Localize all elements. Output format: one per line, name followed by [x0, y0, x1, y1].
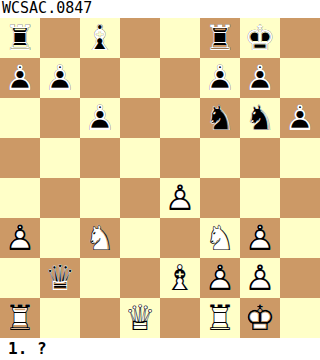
square-b3[interactable]: [40, 218, 80, 258]
square-b7[interactable]: ♟♙: [40, 58, 80, 98]
square-h6[interactable]: ♟♙: [280, 98, 320, 138]
square-d7[interactable]: [120, 58, 160, 98]
white-pawn[interactable]: ♟♙: [240, 258, 280, 298]
square-h7[interactable]: [280, 58, 320, 98]
square-g7[interactable]: ♟♙: [240, 58, 280, 98]
square-b4[interactable]: [40, 178, 80, 218]
chess-puzzle-window: WCSAC.0847 ♜♖♝♗♜♖♚♔♟♙♟♙♟♙♟♙♟♙♞♘♞♘♟♙♟♙♟♙♞…: [0, 0, 320, 360]
square-d6[interactable]: [120, 98, 160, 138]
black-pawn[interactable]: ♟♙: [280, 98, 320, 138]
piece-glyph-outline: ♘: [200, 218, 240, 258]
square-e8[interactable]: [160, 18, 200, 58]
square-h3[interactable]: [280, 218, 320, 258]
square-c8[interactable]: ♝♗: [80, 18, 120, 58]
piece-glyph-outline: ♔: [240, 298, 280, 338]
square-f3[interactable]: ♞♘: [200, 218, 240, 258]
square-e1[interactable]: [160, 298, 200, 338]
piece-glyph-outline: ♙: [200, 258, 240, 298]
white-rook[interactable]: ♜♖: [0, 298, 40, 338]
square-a8[interactable]: ♜♖: [0, 18, 40, 58]
piece-glyph-outline: ♙: [80, 98, 120, 138]
square-c5[interactable]: [80, 138, 120, 178]
square-c2[interactable]: [80, 258, 120, 298]
piece-glyph-outline: ♙: [200, 58, 240, 98]
square-g2[interactable]: ♟♙: [240, 258, 280, 298]
square-d4[interactable]: [120, 178, 160, 218]
square-g8[interactable]: ♚♔: [240, 18, 280, 58]
square-e4[interactable]: ♟♙: [160, 178, 200, 218]
black-rook[interactable]: ♜♖: [200, 18, 240, 58]
square-e2[interactable]: ♝♗: [160, 258, 200, 298]
square-f5[interactable]: [200, 138, 240, 178]
square-b8[interactable]: [40, 18, 80, 58]
square-c6[interactable]: ♟♙: [80, 98, 120, 138]
square-b2[interactable]: ♛♕: [40, 258, 80, 298]
piece-glyph-outline: ♖: [0, 298, 40, 338]
square-e7[interactable]: [160, 58, 200, 98]
square-e6[interactable]: [160, 98, 200, 138]
piece-glyph-outline: ♘: [80, 218, 120, 258]
piece-glyph-outline: ♙: [280, 98, 320, 138]
square-f1[interactable]: ♜♖: [200, 298, 240, 338]
black-pawn[interactable]: ♟♙: [0, 58, 40, 98]
piece-glyph-outline: ♙: [40, 58, 80, 98]
white-knight[interactable]: ♞♘: [200, 218, 240, 258]
piece-glyph-outline: ♙: [160, 178, 200, 218]
white-pawn[interactable]: ♟♙: [200, 258, 240, 298]
piece-glyph-outline: ♘: [200, 98, 240, 138]
square-d8[interactable]: [120, 18, 160, 58]
black-pawn[interactable]: ♟♙: [80, 98, 120, 138]
square-g1[interactable]: ♚♔: [240, 298, 280, 338]
black-pawn[interactable]: ♟♙: [200, 58, 240, 98]
piece-glyph-outline: ♖: [200, 18, 240, 58]
black-rook[interactable]: ♜♖: [0, 18, 40, 58]
square-h2[interactable]: [280, 258, 320, 298]
square-b6[interactable]: [40, 98, 80, 138]
white-pawn[interactable]: ♟♙: [240, 218, 280, 258]
square-b1[interactable]: [40, 298, 80, 338]
square-c7[interactable]: [80, 58, 120, 98]
chess-board: ♜♖♝♗♜♖♚♔♟♙♟♙♟♙♟♙♟♙♞♘♞♘♟♙♟♙♟♙♞♘♞♘♟♙♛♕♝♗♟♙…: [0, 18, 320, 338]
square-b5[interactable]: [40, 138, 80, 178]
piece-glyph-outline: ♖: [0, 18, 40, 58]
square-a7[interactable]: ♟♙: [0, 58, 40, 98]
square-e5[interactable]: [160, 138, 200, 178]
square-a4[interactable]: [0, 178, 40, 218]
square-a5[interactable]: [0, 138, 40, 178]
black-king[interactable]: ♚♔: [240, 18, 280, 58]
piece-glyph-outline: ♘: [240, 98, 280, 138]
square-g4[interactable]: [240, 178, 280, 218]
white-pawn[interactable]: ♟♙: [0, 218, 40, 258]
square-a2[interactable]: [0, 258, 40, 298]
square-e3[interactable]: [160, 218, 200, 258]
square-d3[interactable]: [120, 218, 160, 258]
square-d2[interactable]: [120, 258, 160, 298]
square-d5[interactable]: [120, 138, 160, 178]
puzzle-title: WCSAC.0847: [0, 0, 320, 18]
piece-glyph-outline: ♙: [240, 218, 280, 258]
piece-glyph-outline: ♗: [160, 258, 200, 298]
square-g6[interactable]: ♞♘: [240, 98, 280, 138]
piece-glyph-outline: ♙: [0, 58, 40, 98]
square-a1[interactable]: ♜♖: [0, 298, 40, 338]
piece-glyph-outline: ♕: [40, 258, 80, 298]
square-a6[interactable]: [0, 98, 40, 138]
black-bishop[interactable]: ♝♗: [80, 18, 120, 58]
square-c4[interactable]: [80, 178, 120, 218]
piece-glyph-outline: ♕: [120, 298, 160, 338]
black-queen[interactable]: ♛♕: [40, 258, 80, 298]
piece-glyph-outline: ♙: [0, 218, 40, 258]
white-pawn[interactable]: ♟♙: [160, 178, 200, 218]
square-h8[interactable]: [280, 18, 320, 58]
white-bishop[interactable]: ♝♗: [160, 258, 200, 298]
white-king[interactable]: ♚♔: [240, 298, 280, 338]
square-f6[interactable]: ♞♘: [200, 98, 240, 138]
piece-glyph-outline: ♙: [240, 258, 280, 298]
piece-glyph-outline: ♙: [240, 58, 280, 98]
black-pawn[interactable]: ♟♙: [240, 58, 280, 98]
square-d1[interactable]: ♛♕: [120, 298, 160, 338]
square-f8[interactable]: ♜♖: [200, 18, 240, 58]
black-knight[interactable]: ♞♘: [240, 98, 280, 138]
square-h4[interactable]: [280, 178, 320, 218]
square-f4[interactable]: [200, 178, 240, 218]
white-rook[interactable]: ♜♖: [200, 298, 240, 338]
square-h1[interactable]: [280, 298, 320, 338]
black-pawn[interactable]: ♟♙: [40, 58, 80, 98]
piece-glyph-outline: ♔: [240, 18, 280, 58]
square-c3[interactable]: ♞♘: [80, 218, 120, 258]
square-g3[interactable]: ♟♙: [240, 218, 280, 258]
white-knight[interactable]: ♞♘: [80, 218, 120, 258]
square-f2[interactable]: ♟♙: [200, 258, 240, 298]
square-c1[interactable]: [80, 298, 120, 338]
black-knight[interactable]: ♞♘: [200, 98, 240, 138]
piece-glyph-outline: ♗: [80, 18, 120, 58]
white-queen[interactable]: ♛♕: [120, 298, 160, 338]
piece-glyph-outline: ♖: [200, 298, 240, 338]
square-g5[interactable]: [240, 138, 280, 178]
square-h5[interactable]: [280, 138, 320, 178]
move-prompt: 1. ?: [0, 338, 320, 360]
square-f7[interactable]: ♟♙: [200, 58, 240, 98]
square-a3[interactable]: ♟♙: [0, 218, 40, 258]
